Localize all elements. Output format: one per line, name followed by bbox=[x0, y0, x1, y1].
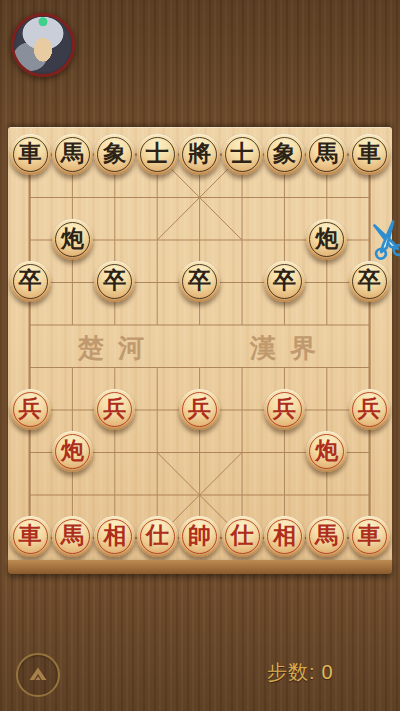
piece-black[interactable]: 卒 bbox=[179, 261, 220, 302]
step-counter-value: 0 bbox=[322, 661, 334, 683]
piece-character: 車 bbox=[358, 524, 381, 547]
step-counter-label: 步数: bbox=[267, 661, 316, 683]
piece-character: 卒 bbox=[358, 269, 381, 292]
game-screen: { "game": "xiangqi", "app_context": "Chi… bbox=[0, 0, 400, 711]
board-front-edge bbox=[8, 560, 392, 574]
piece-red[interactable]: 兵 bbox=[179, 389, 220, 430]
piece-character: 炮 bbox=[315, 227, 338, 250]
piece-red[interactable]: 兵 bbox=[94, 389, 135, 430]
piece-character: 馬 bbox=[61, 524, 84, 547]
player-avatar[interactable] bbox=[11, 13, 75, 77]
chevron-up-icon bbox=[26, 663, 50, 687]
piece-red[interactable]: 相 bbox=[264, 516, 305, 557]
piece-black[interactable]: 象 bbox=[94, 134, 135, 175]
piece-black[interactable]: 車 bbox=[10, 134, 51, 175]
piece-character: 車 bbox=[19, 524, 42, 547]
piece-red[interactable]: 車 bbox=[10, 516, 51, 557]
piece-black[interactable]: 馬 bbox=[52, 134, 93, 175]
piece-character: 馬 bbox=[61, 142, 84, 165]
piece-character: 車 bbox=[19, 142, 42, 165]
piece-black[interactable]: 炮 bbox=[306, 219, 347, 260]
expand-button[interactable] bbox=[16, 653, 60, 697]
piece-character: 馬 bbox=[315, 142, 338, 165]
piece-black[interactable]: 卒 bbox=[10, 261, 51, 302]
piece-character: 兵 bbox=[188, 397, 211, 420]
piece-red[interactable]: 兵 bbox=[349, 389, 390, 430]
piece-character: 士 bbox=[146, 142, 169, 165]
piece-character: 兵 bbox=[273, 397, 296, 420]
piece-red[interactable]: 車 bbox=[349, 516, 390, 557]
piece-black[interactable]: 象 bbox=[264, 134, 305, 175]
piece-character: 卒 bbox=[19, 269, 42, 292]
board-grid-lines bbox=[8, 127, 392, 560]
piece-character: 將 bbox=[188, 142, 211, 165]
piece-black[interactable]: 卒 bbox=[94, 261, 135, 302]
piece-red[interactable]: 仕 bbox=[222, 516, 263, 557]
piece-character: 馬 bbox=[315, 524, 338, 547]
piece-character: 車 bbox=[358, 142, 381, 165]
piece-black[interactable]: 卒 bbox=[264, 261, 305, 302]
piece-black[interactable]: 士 bbox=[137, 134, 178, 175]
piece-character: 卒 bbox=[273, 269, 296, 292]
piece-character: 炮 bbox=[61, 439, 84, 462]
piece-character: 士 bbox=[231, 142, 254, 165]
piece-black[interactable]: 將 bbox=[179, 134, 220, 175]
piece-black[interactable]: 馬 bbox=[306, 134, 347, 175]
piece-red[interactable]: 炮 bbox=[306, 431, 347, 472]
piece-black[interactable]: 卒 bbox=[349, 261, 390, 302]
piece-red[interactable]: 仕 bbox=[137, 516, 178, 557]
piece-character: 相 bbox=[103, 524, 126, 547]
piece-red[interactable]: 馬 bbox=[306, 516, 347, 557]
piece-red[interactable]: 炮 bbox=[52, 431, 93, 472]
piece-character: 仕 bbox=[146, 524, 169, 547]
piece-character: 象 bbox=[103, 142, 126, 165]
piece-character: 象 bbox=[273, 142, 296, 165]
piece-character: 卒 bbox=[188, 269, 211, 292]
piece-character: 炮 bbox=[61, 227, 84, 250]
piece-character: 兵 bbox=[19, 397, 42, 420]
piece-character: 相 bbox=[273, 524, 296, 547]
piece-character: 兵 bbox=[103, 397, 126, 420]
piece-red[interactable]: 帥 bbox=[179, 516, 220, 557]
piece-black[interactable]: 炮 bbox=[52, 219, 93, 260]
piece-character: 帥 bbox=[188, 524, 211, 547]
piece-black[interactable]: 士 bbox=[222, 134, 263, 175]
piece-black[interactable]: 車 bbox=[349, 134, 390, 175]
piece-character: 仕 bbox=[231, 524, 254, 547]
xiangqi-board[interactable]: 楚河 漢界 車馬象士將士象馬車炮炮卒卒卒卒卒兵兵兵兵兵炮炮車馬相仕帥仕相馬車 bbox=[8, 127, 392, 560]
piece-character: 兵 bbox=[358, 397, 381, 420]
piece-red[interactable]: 馬 bbox=[52, 516, 93, 557]
step-counter: 步数:0 bbox=[267, 659, 334, 686]
piece-red[interactable]: 兵 bbox=[264, 389, 305, 430]
piece-red[interactable]: 兵 bbox=[10, 389, 51, 430]
piece-character: 炮 bbox=[315, 439, 338, 462]
piece-red[interactable]: 相 bbox=[94, 516, 135, 557]
piece-character: 卒 bbox=[103, 269, 126, 292]
